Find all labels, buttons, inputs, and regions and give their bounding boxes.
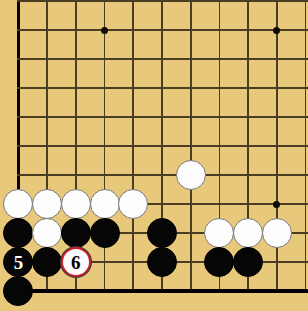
intersection[interactable] [4,219,33,248]
white-stone [3,189,33,219]
white-stone [61,189,91,219]
white-stone [32,189,62,219]
intersection[interactable] [62,219,91,248]
intersection[interactable] [234,219,263,248]
white-stone: 6 [61,247,91,277]
intersection[interactable] [33,219,62,248]
intersection[interactable] [4,190,33,219]
white-stone [90,189,120,219]
white-stone [204,218,234,248]
white-stone [118,189,148,219]
white-stone [262,218,292,248]
white-stone [32,218,62,248]
intersection[interactable] [90,190,119,219]
black-stone [32,247,62,277]
black-stone [204,247,234,277]
intersection[interactable] [148,219,177,248]
move-number-label: 5 [14,253,24,272]
move-number-label: 6 [71,253,81,272]
go-board: 56 [0,0,308,311]
black-stone [90,218,120,248]
intersection[interactable] [262,219,291,248]
black-stone [147,247,177,277]
intersection[interactable] [234,248,263,277]
black-stone [233,247,263,277]
white-stone [176,160,206,190]
star-point [273,27,280,34]
intersection[interactable] [4,277,33,306]
intersection[interactable] [119,190,148,219]
intersection[interactable] [205,219,234,248]
white-stone [233,218,263,248]
intersection[interactable] [148,248,177,277]
intersection[interactable] [62,190,91,219]
intersection[interactable] [33,248,62,277]
intersection[interactable]: 6 [62,248,91,277]
star-point [101,27,108,34]
intersection[interactable] [33,190,62,219]
black-stone [3,276,33,306]
black-stone [147,218,177,248]
intersection[interactable] [90,219,119,248]
black-stone: 5 [3,247,33,277]
intersection[interactable] [205,248,234,277]
intersection[interactable]: 5 [4,248,33,277]
intersection[interactable] [176,161,205,190]
black-stone [3,218,33,248]
black-stone [61,218,91,248]
star-point [273,201,280,208]
